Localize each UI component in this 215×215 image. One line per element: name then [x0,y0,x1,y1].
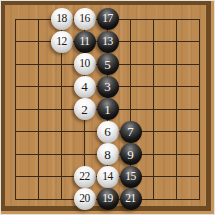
intersection-F8[interactable] [119,30,142,53]
intersection-F1[interactable]: 21 [119,188,142,211]
intersection-D3[interactable] [73,143,96,166]
intersection-G6[interactable] [142,75,165,98]
stone-white-14[interactable]: 14 [97,166,119,188]
intersection-F3[interactable]: 9 [119,143,142,166]
intersection-D5[interactable]: 2 [73,98,96,121]
intersection-G5[interactable] [142,98,165,121]
intersection-J8[interactable] [188,30,211,53]
intersection-D4[interactable] [73,120,96,143]
move-number: 17 [102,13,113,25]
intersection-B4[interactable] [27,120,50,143]
intersection-G4[interactable] [142,120,165,143]
move-number: 14 [102,171,113,183]
stone-black-3[interactable]: 3 [97,76,119,98]
move-number: 18 [56,13,67,25]
intersection-A1[interactable] [4,188,27,211]
intersection-C5[interactable] [50,98,73,121]
stone-white-12[interactable]: 12 [51,31,73,53]
intersection-B6[interactable] [27,75,50,98]
intersection-D7[interactable]: 10 [73,53,96,76]
intersection-J4[interactable] [188,120,211,143]
move-number: 2 [81,103,88,116]
intersection-H8[interactable] [165,30,188,53]
intersection-J5[interactable] [188,98,211,121]
intersection-A2[interactable] [4,165,27,188]
intersection-D8[interactable]: 11 [73,30,96,53]
intersection-A6[interactable] [4,75,27,98]
stone-black-5[interactable]: 5 [97,53,119,75]
stone-white-10[interactable]: 10 [74,53,96,75]
intersection-E4[interactable]: 6 [96,120,119,143]
intersection-C7[interactable] [50,53,73,76]
intersection-H4[interactable] [165,120,188,143]
stone-white-8[interactable]: 8 [97,143,119,165]
stone-white-16[interactable]: 16 [74,8,96,30]
go-board: 18161712111310543216789221415201921 [1,1,214,214]
intersection-F5[interactable] [119,98,142,121]
move-number: 22 [79,171,90,183]
intersection-F2[interactable]: 15 [119,165,142,188]
intersection-A5[interactable] [4,98,27,121]
intersection-H5[interactable] [165,98,188,121]
intersection-D1[interactable]: 20 [73,188,96,211]
intersection-C8[interactable]: 12 [50,30,73,53]
move-number: 20 [79,193,90,205]
stone-black-21[interactable]: 21 [120,188,142,210]
intersection-E2[interactable]: 14 [96,165,119,188]
stone-black-9[interactable]: 9 [120,143,142,165]
go-diagram-viewport: 18161712111310543216789221415201921 [0,0,215,215]
stone-black-1[interactable]: 1 [97,98,119,120]
intersection-A7[interactable] [4,53,27,76]
intersection-H2[interactable] [165,165,188,188]
intersection-B5[interactable] [27,98,50,121]
intersection-D6[interactable]: 4 [73,75,96,98]
stone-white-4[interactable]: 4 [74,76,96,98]
stone-black-13[interactable]: 13 [97,31,119,53]
move-number: 21 [125,193,136,205]
intersection-E9[interactable]: 17 [96,8,119,31]
intersection-F4[interactable]: 7 [119,120,142,143]
intersection-J9[interactable] [188,8,211,31]
intersection-J2[interactable] [188,165,211,188]
move-number: 6 [104,125,111,138]
intersection-D2[interactable]: 22 [73,165,96,188]
intersection-A3[interactable] [4,143,27,166]
intersection-B3[interactable] [27,143,50,166]
move-number: 19 [102,193,113,205]
move-number: 7 [127,125,134,138]
stone-black-17[interactable]: 17 [97,8,119,30]
intersection-J6[interactable] [188,75,211,98]
move-number: 4 [81,80,88,93]
intersection-J3[interactable] [188,143,211,166]
intersection-G8[interactable] [142,30,165,53]
intersection-C6[interactable] [50,75,73,98]
intersection-B2[interactable] [27,165,50,188]
intersection-J7[interactable] [188,53,211,76]
intersection-E5[interactable]: 1 [96,98,119,121]
intersection-E6[interactable]: 3 [96,75,119,98]
board-grid[interactable]: 18161712111310543216789221415201921 [4,8,211,211]
intersection-C3[interactable] [50,143,73,166]
stone-white-6[interactable]: 6 [97,121,119,143]
intersection-F6[interactable] [119,75,142,98]
move-number: 16 [79,13,90,25]
stone-black-7[interactable]: 7 [120,121,142,143]
intersection-D9[interactable]: 16 [73,8,96,31]
intersection-E7[interactable]: 5 [96,53,119,76]
intersection-E8[interactable]: 13 [96,30,119,53]
intersection-G3[interactable] [142,143,165,166]
intersection-E3[interactable]: 8 [96,143,119,166]
intersection-A4[interactable] [4,120,27,143]
intersection-G9[interactable] [142,8,165,31]
intersection-A8[interactable] [4,30,27,53]
move-number: 11 [79,36,89,48]
move-number: 1 [104,103,111,116]
stone-white-18[interactable]: 18 [51,8,73,30]
stone-black-19[interactable]: 19 [97,188,119,210]
stone-black-11[interactable]: 11 [74,31,96,53]
intersection-H1[interactable] [165,188,188,211]
intersection-H9[interactable] [165,8,188,31]
intersection-A9[interactable] [4,8,27,31]
intersection-E1[interactable]: 19 [96,188,119,211]
stone-white-2[interactable]: 2 [74,98,96,120]
move-number: 10 [79,58,90,70]
move-number: 15 [125,171,136,183]
intersection-B7[interactable] [27,53,50,76]
intersection-C2[interactable] [50,165,73,188]
stone-white-20[interactable]: 20 [74,188,96,210]
move-number: 8 [104,148,111,161]
intersection-B1[interactable] [27,188,50,211]
move-number: 12 [56,36,67,48]
intersection-B8[interactable] [27,30,50,53]
intersection-G1[interactable] [142,188,165,211]
intersection-F9[interactable] [119,8,142,31]
intersection-G2[interactable] [142,165,165,188]
intersection-H6[interactable] [165,75,188,98]
move-number: 9 [127,148,134,161]
stone-black-15[interactable]: 15 [120,166,142,188]
move-number: 5 [104,58,111,71]
stone-white-22[interactable]: 22 [74,166,96,188]
intersection-F7[interactable] [119,53,142,76]
intersection-B9[interactable] [27,8,50,31]
intersection-J1[interactable] [188,188,211,211]
move-number: 3 [104,80,111,93]
intersection-C4[interactable] [50,120,73,143]
intersection-C1[interactable] [50,188,73,211]
intersection-G7[interactable] [142,53,165,76]
intersection-C9[interactable]: 18 [50,8,73,31]
intersection-H7[interactable] [165,53,188,76]
intersection-H3[interactable] [165,143,188,166]
move-number: 13 [102,36,113,48]
